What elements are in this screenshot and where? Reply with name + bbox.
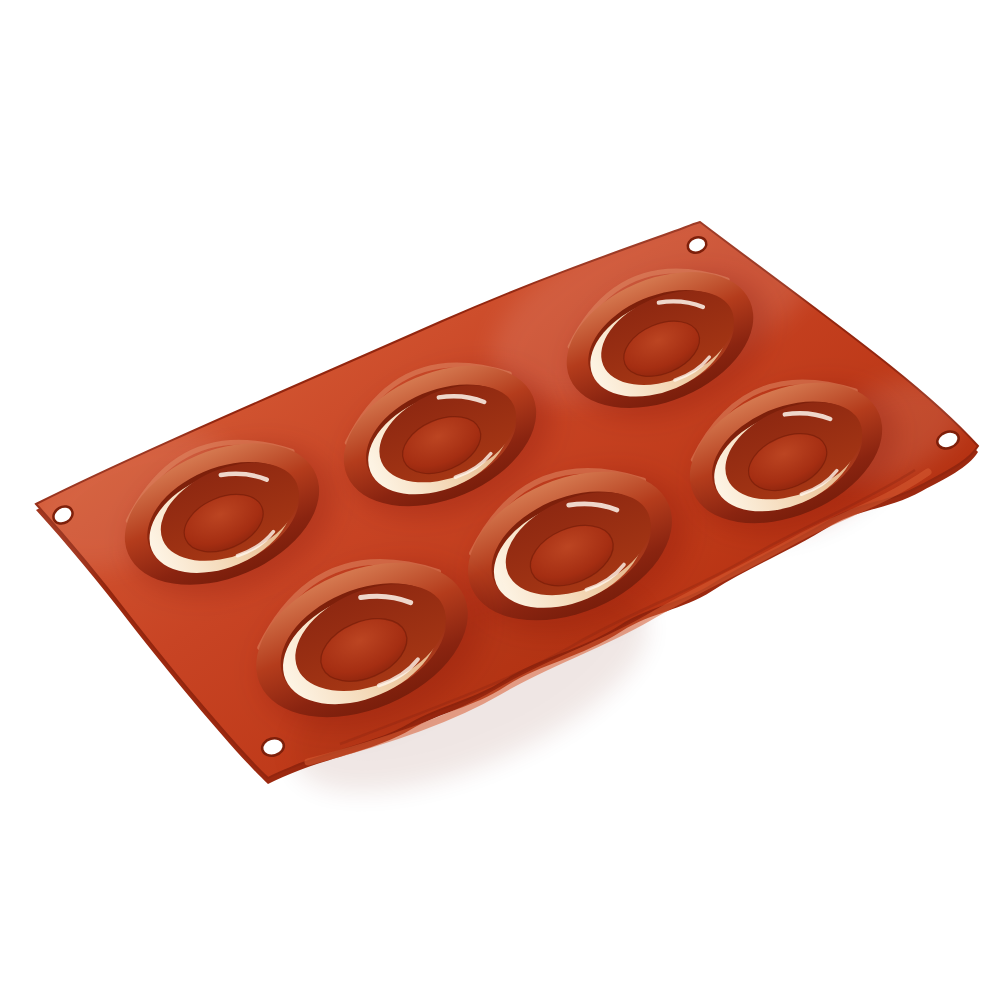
photo-stage: Angled product photo of a red-orange fle… (0, 0, 1000, 1000)
silicone-mold-photo (0, 0, 1000, 1000)
product-photo-figure: Angled product photo of a red-orange fle… (0, 0, 1000, 1000)
